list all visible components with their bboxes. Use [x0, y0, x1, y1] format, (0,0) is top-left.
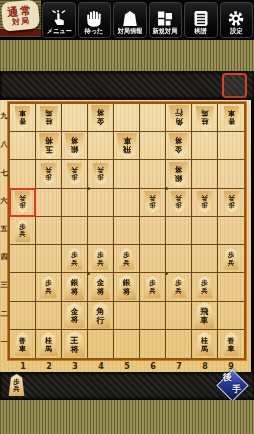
shogi-piece-gote[interactable]: 歩兵	[66, 248, 83, 270]
hand-slot-highlight	[222, 73, 247, 98]
toolbar-button-label: 待った	[85, 28, 104, 35]
board-square-4四[interactable]: 歩兵	[88, 245, 114, 273]
shogi-piece-gote[interactable]: 歩兵	[8, 374, 25, 396]
gear-icon	[227, 10, 245, 28]
piece-kanji: 桂馬	[45, 109, 52, 125]
board-square-3三[interactable]: 銀将	[62, 273, 88, 301]
board-square-3四[interactable]: 歩兵	[62, 245, 88, 273]
shogi-piece-gote[interactable]: 歩兵	[14, 219, 31, 241]
shogi-piece-gote[interactable]: 香車	[14, 332, 31, 356]
piece-kanji: 歩兵	[13, 379, 20, 394]
open-hand-icon	[85, 10, 103, 28]
board-square-1五[interactable]: 歩兵	[10, 217, 36, 245]
shogi-piece-gote[interactable]: 金将	[64, 303, 85, 328]
rank-label-八: 八	[0, 130, 8, 158]
board-grid: 香車桂馬金将角行桂馬香車玉将銀将飛車金将歩兵歩兵歩兵銀将歩兵歩兵歩兵歩兵歩兵歩兵…	[8, 102, 246, 360]
board-square-2二[interactable]	[36, 302, 62, 330]
piece-kanji: 銀将	[175, 165, 183, 182]
piece-kanji: 王将	[71, 336, 79, 354]
piece-kanji: 銀将	[71, 279, 79, 296]
app-screen: 通常 対局 メニュー待った対局情報新規対局棋譜設定 香車桂馬金将角行桂馬香車玉将…	[0, 0, 254, 434]
board-square-7七[interactable]: 銀将	[166, 160, 192, 188]
board-square-7二[interactable]	[166, 302, 192, 330]
tap-finger-icon	[49, 10, 69, 28]
file-label-2: 2	[36, 362, 62, 372]
board-square-2六[interactable]	[36, 189, 62, 217]
board-square-9一[interactable]: 香車	[218, 330, 244, 358]
board-square-2一[interactable]: 桂馬	[36, 330, 62, 358]
board-square-6二[interactable]	[140, 302, 166, 330]
rank-label-二: 二	[0, 300, 8, 328]
board-square-6四[interactable]	[140, 245, 166, 273]
toolbar-button-label: 新規対局	[153, 28, 178, 35]
board-square-2五[interactable]	[36, 217, 62, 245]
toolbar-button-kifu[interactable]: 棋譜	[184, 2, 218, 38]
board-square-2四[interactable]	[36, 245, 62, 273]
shogi-piece-gote[interactable]: 金将	[90, 274, 111, 299]
board-square-3五[interactable]	[62, 217, 88, 245]
tatami-bottom	[0, 400, 254, 434]
piece-kanji: 桂馬	[201, 109, 208, 125]
board-square-8八[interactable]	[192, 132, 218, 160]
board-square-8四[interactable]	[192, 245, 218, 273]
piece-kanji: 桂馬	[45, 337, 52, 353]
record-lines-icon	[192, 10, 210, 28]
piece-kanji: 歩兵	[228, 194, 235, 209]
shogi-piece-sente[interactable]: 角行	[168, 105, 190, 131]
board-square-9二[interactable]	[218, 302, 244, 330]
shogi-board: 香車桂馬金将角行桂馬香車玉将銀将飛車金将歩兵歩兵歩兵銀将歩兵歩兵歩兵歩兵歩兵歩兵…	[0, 100, 251, 372]
board-square-8九[interactable]: 桂馬	[192, 104, 218, 132]
shogi-piece-gote[interactable]: 桂馬	[39, 332, 59, 356]
board-square-1九[interactable]: 香車	[10, 104, 36, 132]
board-square-4三[interactable]: 金将	[88, 273, 114, 301]
shogi-piece-sente[interactable]: 金将	[168, 133, 189, 158]
board-square-4八[interactable]	[88, 132, 114, 160]
board-square-5七[interactable]	[114, 160, 140, 188]
board-square-3二[interactable]: 金将	[62, 302, 88, 330]
board-square-2九[interactable]: 桂馬	[36, 104, 62, 132]
shogi-piece-sente[interactable]: 桂馬	[195, 106, 215, 130]
board-square-1二[interactable]	[10, 302, 36, 330]
board-square-5九[interactable]	[114, 104, 140, 132]
board-square-9七[interactable]	[218, 160, 244, 188]
shogi-piece-gote[interactable]: 歩兵	[196, 276, 213, 298]
board-square-7九[interactable]: 角行	[166, 104, 192, 132]
shogi-piece-gote[interactable]: 歩兵	[118, 248, 135, 270]
board-square-1八[interactable]	[10, 132, 36, 160]
piece-kanji: 歩兵	[228, 252, 235, 267]
shogi-piece-icon	[121, 10, 139, 28]
file-label-7: 7	[166, 362, 192, 372]
board-square-3九[interactable]	[62, 104, 88, 132]
toolbar-button-matta[interactable]: 待った	[78, 2, 112, 38]
toolbar-button-info[interactable]: 対局情報	[113, 2, 147, 38]
piece-kanji: 歩兵	[149, 194, 156, 209]
rank-label-四: 四	[0, 243, 8, 271]
board-square-3六[interactable]	[62, 189, 88, 217]
piece-kanji: 銀将	[71, 136, 79, 153]
shogi-piece-sente[interactable]: 歩兵	[170, 191, 187, 213]
piece-kanji: 歩兵	[19, 224, 26, 239]
board-square-7五[interactable]	[166, 217, 192, 245]
board-square-4二[interactable]: 角行	[88, 302, 114, 330]
shogi-piece-sente[interactable]: 歩兵	[144, 191, 161, 213]
board-square-5五[interactable]	[114, 217, 140, 245]
piece-kanji: 金将	[175, 136, 183, 153]
board-square-5六[interactable]	[114, 189, 140, 217]
piece-kanji: 飛車	[123, 136, 131, 154]
toolbar-button-label: 棋譜	[195, 28, 207, 35]
shogi-piece-gote[interactable]: 王将	[64, 331, 86, 357]
badge-char-2: 手	[232, 385, 241, 394]
piece-kanji: 歩兵	[19, 194, 26, 209]
shogi-piece-sente[interactable]: 歩兵	[223, 191, 240, 213]
shogi-piece-sente[interactable]: 香車	[223, 106, 240, 130]
shogi-piece-gote[interactable]: 銀将	[64, 274, 85, 299]
board-square-3七[interactable]: 歩兵	[62, 160, 88, 188]
board-square-1三[interactable]	[10, 273, 36, 301]
shogi-piece-gote[interactable]: 歩兵	[92, 248, 109, 270]
shogi-piece-gote[interactable]: 歩兵	[144, 276, 161, 298]
shogi-piece-gote[interactable]: 銀将	[116, 274, 137, 299]
piece-kanji: 歩兵	[45, 166, 52, 181]
piece-kanji: 金将	[71, 308, 79, 325]
gote-hand-pieces: 歩兵	[8, 374, 25, 396]
shogi-piece-sente[interactable]: 香車	[14, 106, 31, 130]
piece-kanji: 角行	[97, 307, 105, 325]
shogi-piece-sente[interactable]: 銀将	[168, 162, 189, 187]
board-square-6七[interactable]	[140, 160, 166, 188]
shogi-piece-sente[interactable]: 玉将	[38, 133, 60, 159]
board-square-5八[interactable]: 飛車	[114, 132, 140, 160]
window-panes-icon	[156, 10, 174, 28]
sente-hand-tray[interactable]	[0, 71, 254, 100]
board-square-5二[interactable]	[114, 302, 140, 330]
board-square-4五[interactable]	[88, 217, 114, 245]
star-point	[87, 272, 90, 275]
piece-kanji: 香車	[228, 109, 235, 125]
board-square-7八[interactable]: 金将	[166, 132, 192, 160]
rank-label-五: 五	[0, 215, 8, 243]
shogi-piece-sente[interactable]: 銀将	[64, 133, 85, 158]
file-label-5: 5	[114, 362, 140, 372]
piece-kanji: 香車	[19, 109, 26, 125]
mode-stamp-zone: 通常 対局	[0, 0, 41, 37]
board-square-2八[interactable]: 玉将	[36, 132, 62, 160]
piece-kanji: 香車	[19, 337, 26, 353]
board-square-6九[interactable]	[140, 104, 166, 132]
shogi-piece-sente[interactable]: 歩兵	[66, 163, 83, 185]
board-square-6五[interactable]	[140, 217, 166, 245]
board-square-9八[interactable]	[218, 132, 244, 160]
stamp-line2: 対局	[12, 17, 31, 27]
shogi-piece-sente[interactable]: 飛車	[116, 133, 138, 159]
piece-kanji: 飛車	[201, 307, 209, 325]
shogi-piece-gote[interactable]: 飛車	[194, 302, 216, 328]
piece-kanji: 歩兵	[71, 252, 78, 267]
board-square-1七[interactable]	[10, 160, 36, 188]
piece-kanji: 歩兵	[123, 252, 130, 267]
tatami-top	[0, 40, 254, 71]
shogi-piece-gote[interactable]: 歩兵	[40, 276, 57, 298]
shogi-piece-gote[interactable]: 角行	[90, 302, 112, 328]
board-square-5一[interactable]	[114, 330, 140, 358]
piece-kanji: 角行	[175, 108, 183, 126]
shogi-piece-sente[interactable]: 歩兵	[40, 163, 57, 185]
piece-kanji: 歩兵	[45, 280, 52, 295]
piece-kanji: 歩兵	[175, 194, 182, 209]
board-square-9六[interactable]: 歩兵	[218, 189, 244, 217]
piece-kanji: 歩兵	[201, 194, 208, 209]
board-square-8七[interactable]	[192, 160, 218, 188]
board-square-3一[interactable]: 王将	[62, 330, 88, 358]
shogi-piece-gote[interactable]: 桂馬	[195, 332, 215, 356]
board-square-8二[interactable]: 飛車	[192, 302, 218, 330]
rank-label-三: 三	[0, 271, 8, 299]
toolbar-button-menu[interactable]: メニュー	[42, 2, 76, 38]
toolbar-button-label: 対局情報	[117, 28, 142, 35]
board-square-1六[interactable]: 歩兵	[10, 189, 36, 217]
board-square-3八[interactable]: 銀将	[62, 132, 88, 160]
shogi-piece-sente[interactable]: 歩兵	[196, 191, 213, 213]
board-square-4七[interactable]: 歩兵	[88, 160, 114, 188]
board-square-7六[interactable]: 歩兵	[166, 189, 192, 217]
toolbar-button-label: 設定	[230, 28, 242, 35]
board-square-9五[interactable]	[218, 217, 244, 245]
board-square-7一[interactable]	[166, 330, 192, 358]
toolbar-buttons: メニュー待った対局情報新規対局棋譜設定	[41, 0, 254, 40]
piece-kanji: 歩兵	[71, 166, 78, 181]
file-label-3: 3	[62, 362, 88, 372]
piece-kanji: 銀将	[123, 279, 131, 296]
board-square-1四[interactable]	[10, 245, 36, 273]
board-square-8五[interactable]	[192, 217, 218, 245]
board-square-4一[interactable]	[88, 330, 114, 358]
rank-label-九: 九	[0, 102, 8, 130]
star-point	[87, 187, 90, 190]
board-square-6一[interactable]	[140, 330, 166, 358]
board-square-7四[interactable]	[166, 245, 192, 273]
badge-char-1: 後	[223, 373, 232, 382]
piece-kanji: 歩兵	[97, 166, 104, 181]
board-square-2七[interactable]: 歩兵	[36, 160, 62, 188]
board-square-8三[interactable]: 歩兵	[192, 273, 218, 301]
rank-label-七: 七	[0, 158, 8, 186]
board-square-6六[interactable]: 歩兵	[140, 189, 166, 217]
game-mode-stamp: 通常 対局	[1, 0, 40, 32]
toolbar: 通常 対局 メニュー待った対局情報新規対局棋譜設定	[0, 0, 254, 40]
piece-kanji: 歩兵	[97, 252, 104, 267]
star-point	[165, 272, 168, 275]
board-square-6三[interactable]: 歩兵	[140, 273, 166, 301]
shogi-piece-sente[interactable]: 歩兵	[92, 163, 109, 185]
piece-kanji: 桂馬	[201, 337, 208, 353]
piece-kanji: 香車	[228, 337, 235, 353]
piece-kanji: 歩兵	[201, 280, 208, 295]
piece-kanji: 金将	[97, 108, 105, 125]
toolbar-button-settings[interactable]: 設定	[220, 2, 254, 38]
board-square-8六[interactable]: 歩兵	[192, 189, 218, 217]
piece-kanji: 歩兵	[175, 280, 182, 295]
shogi-piece-sente[interactable]: 金将	[90, 105, 111, 130]
shogi-piece-gote[interactable]: 香車	[223, 332, 240, 356]
board-square-9九[interactable]: 香車	[218, 104, 244, 132]
board-square-5四[interactable]: 歩兵	[114, 245, 140, 273]
shogi-piece-sente[interactable]: 桂馬	[39, 106, 59, 130]
turn-badge-gote: 後 手	[214, 370, 250, 400]
board-square-9四[interactable]: 歩兵	[218, 245, 244, 273]
piece-kanji: 玉将	[45, 136, 53, 154]
board-square-5三[interactable]: 銀将	[114, 273, 140, 301]
rank-label-一: 一	[0, 328, 8, 356]
board-square-9三[interactable]	[218, 273, 244, 301]
piece-kanji: 金将	[97, 279, 105, 296]
shogi-piece-sente[interactable]: 歩兵	[14, 191, 31, 213]
shogi-piece-gote[interactable]: 歩兵	[170, 276, 187, 298]
file-label-4: 4	[88, 362, 114, 372]
piece-kanji: 歩兵	[149, 280, 156, 295]
board-square-4六[interactable]	[88, 189, 114, 217]
rank-label-六: 六	[0, 187, 8, 215]
board-square-2三[interactable]: 歩兵	[36, 273, 62, 301]
board-square-7三[interactable]: 歩兵	[166, 273, 192, 301]
toolbar-button-newgame[interactable]: 新規対局	[149, 2, 183, 38]
toolbar-button-label: メニュー	[46, 28, 71, 35]
star-point	[165, 187, 168, 190]
board-square-4九[interactable]: 金将	[88, 104, 114, 132]
shogi-piece-gote[interactable]: 歩兵	[223, 248, 240, 270]
board-square-6八[interactable]	[140, 132, 166, 160]
file-label-6: 6	[140, 362, 166, 372]
board-square-1一[interactable]: 香車	[10, 330, 36, 358]
file-label-1: 1	[10, 362, 36, 372]
board-square-8一[interactable]: 桂馬	[192, 330, 218, 358]
